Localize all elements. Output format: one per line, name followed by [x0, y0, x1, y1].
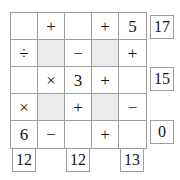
- cell-r4c1-operator: ×: [11, 94, 38, 121]
- cross-math-board: + + 5 ÷ − + × 3 + × + − 6 − +: [10, 12, 147, 149]
- cell-r1c3[interactable]: [65, 13, 92, 40]
- cell-r2c4-blocked: [92, 40, 119, 67]
- row3-result-box: 15: [150, 67, 174, 91]
- cell-r2c5-operator: +: [119, 40, 146, 67]
- cell-r4c5-operator: −: [119, 94, 146, 121]
- col5-result-box: 13: [120, 148, 144, 172]
- cell-r4c2-blocked: [38, 94, 65, 121]
- cell-r5c2-operator: −: [38, 121, 65, 148]
- cell-r4c3-operator: +: [65, 94, 92, 121]
- cell-r3c5[interactable]: [119, 67, 146, 94]
- cell-r5c4-operator: +: [92, 121, 119, 148]
- cell-r1c4-operator: +: [92, 13, 119, 40]
- puzzle-page: + + 5 ÷ − + × 3 + × + − 6 − + 17 15 0 12…: [0, 0, 180, 180]
- cell-r2c2-blocked: [38, 40, 65, 67]
- cell-r1c5-given: 5: [119, 13, 146, 40]
- cell-r2c1-operator: ÷: [11, 40, 38, 67]
- cell-r3c1[interactable]: [11, 67, 38, 94]
- cell-r3c2-operator: ×: [38, 67, 65, 94]
- cell-r5c5[interactable]: [119, 121, 146, 148]
- cell-r3c4-operator: +: [92, 67, 119, 94]
- cell-r2c3-operator: −: [65, 40, 92, 67]
- row5-result-box: 0: [150, 120, 174, 144]
- cell-r5c3[interactable]: [65, 121, 92, 148]
- cell-r3c3-given: 3: [65, 67, 92, 94]
- cell-r1c1[interactable]: [11, 13, 38, 40]
- col1-result-box: 12: [12, 148, 36, 172]
- cell-r4c4-blocked: [92, 94, 119, 121]
- row1-result-box: 17: [150, 15, 174, 39]
- cell-r5c1-given: 6: [11, 121, 38, 148]
- cell-r1c2-operator: +: [38, 13, 65, 40]
- col3-result-box: 12: [66, 148, 90, 172]
